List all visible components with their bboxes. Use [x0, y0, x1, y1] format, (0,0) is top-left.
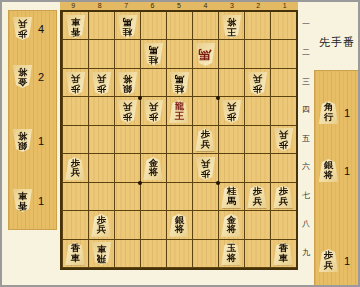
square-8九[interactable]: 飛車: [88, 240, 114, 268]
shogi-diagram: 987654321 一二三四五六七八九 香車桂馬王将桂馬馬歩兵歩兵銀将桂馬歩兵歩…: [0, 0, 360, 287]
shogi-piece-gote-桂馬[interactable]: 桂馬: [117, 15, 138, 38]
square-1三[interactable]: [270, 69, 296, 97]
sente-captured-stand: 角行1銀将1歩兵1: [314, 70, 360, 286]
piece-kanji: 兵: [148, 102, 157, 112]
shogi-piece-gote-歩兵[interactable]: 歩兵: [143, 100, 164, 123]
square-4六[interactable]: 歩兵: [192, 154, 218, 182]
shogi-piece-gote-王将[interactable]: 王将: [221, 15, 242, 38]
square-9一[interactable]: 香車: [62, 12, 88, 40]
piece-kanji: 行: [324, 113, 333, 123]
piece-kanji: 王: [226, 26, 235, 36]
file-label-2: 2: [245, 2, 271, 10]
hand-count: 2: [38, 71, 44, 83]
piece-kanji: 兵: [70, 74, 79, 84]
square-6三[interactable]: [140, 69, 166, 97]
square-4四[interactable]: [192, 97, 218, 125]
square-6六[interactable]: 金将: [140, 154, 166, 182]
piece-kanji: 馬: [148, 45, 157, 55]
piece-kanji: 馬: [122, 17, 131, 27]
hoshi-dot: [216, 181, 220, 185]
square-2八[interactable]: [244, 211, 270, 239]
square-3一[interactable]: 王将: [218, 12, 244, 40]
square-8七[interactable]: [88, 183, 114, 211]
shogi-piece-sente-歩兵[interactable]: 歩兵: [195, 128, 216, 151]
square-4三[interactable]: [192, 69, 218, 97]
shogi-piece-sente-玉将[interactable]: 玉将: [221, 242, 242, 265]
shogi-piece-gote-歩兵[interactable]: 歩兵: [12, 17, 33, 40]
piece-kanji: 王: [174, 112, 183, 122]
piece-kanji: 兵: [70, 168, 79, 178]
square-8四[interactable]: [88, 97, 114, 125]
shogi-piece-gote-銀将[interactable]: 銀将: [12, 129, 33, 152]
shogi-piece-gote-馬[interactable]: 馬: [195, 43, 216, 66]
file-label-3: 3: [219, 2, 245, 10]
file-label-6: 6: [139, 2, 165, 10]
piece-kanji: 桂: [174, 83, 183, 93]
shogi-piece-sente-歩兵[interactable]: 歩兵: [247, 185, 268, 208]
piece-kanji: 歩: [122, 112, 131, 122]
shogi-board: 香車桂馬王将桂馬馬歩兵歩兵銀将桂馬歩兵歩兵歩兵龍王歩兵歩兵歩兵歩兵金将歩兵桂馬歩…: [60, 10, 298, 270]
square-5七[interactable]: [166, 183, 192, 211]
shogi-piece-gote-歩兵[interactable]: 歩兵: [91, 72, 112, 95]
piece-kanji: 歩: [252, 83, 261, 93]
square-4九[interactable]: [192, 240, 218, 268]
hoshi-dot: [216, 96, 220, 100]
piece-kanji: 歩: [278, 140, 287, 150]
shogi-piece-sente-香車[interactable]: 香車: [273, 242, 294, 265]
piece-kanji: 兵: [226, 102, 235, 112]
piece-kanji: 歩: [70, 83, 79, 93]
square-7二[interactable]: [114, 40, 140, 68]
square-3七[interactable]: 桂馬: [218, 183, 244, 211]
hand-count: 1: [38, 135, 44, 147]
square-1一[interactable]: [270, 12, 296, 40]
piece-kanji: 歩: [18, 29, 27, 39]
rank-label-2: 二: [299, 47, 313, 58]
square-5九[interactable]: [166, 240, 192, 268]
shogi-piece-sente-歩兵[interactable]: 歩兵: [65, 157, 86, 180]
square-9二[interactable]: [62, 40, 88, 68]
shogi-piece-gote-歩兵[interactable]: 歩兵: [247, 72, 268, 95]
hand-count: 1: [344, 255, 350, 267]
rank-label-8: 八: [299, 218, 313, 229]
square-6七[interactable]: [140, 183, 166, 211]
piece-kanji: 馬: [199, 48, 212, 61]
square-8六[interactable]: [88, 154, 114, 182]
square-3九[interactable]: 玉将: [218, 240, 244, 268]
square-7六[interactable]: [114, 154, 140, 182]
square-3二[interactable]: [218, 40, 244, 68]
hand-sente-角行[interactable]: 角行1: [318, 101, 350, 124]
gote-captured-stand: 歩兵4金将2銀将1香車1: [8, 10, 57, 230]
square-2一[interactable]: [244, 12, 270, 40]
square-6九[interactable]: [140, 240, 166, 268]
square-3四[interactable]: 歩兵: [218, 97, 244, 125]
square-5六[interactable]: [166, 154, 192, 182]
square-5四[interactable]: 龍王: [166, 97, 192, 125]
square-9五[interactable]: [62, 126, 88, 154]
square-1七[interactable]: 歩兵: [270, 183, 296, 211]
piece-kanji: 桂: [122, 26, 131, 36]
hand-gote-銀将[interactable]: 銀将1: [12, 129, 44, 152]
shogi-piece-sente-銀将[interactable]: 銀将: [318, 159, 339, 182]
square-2七[interactable]: 歩兵: [244, 183, 270, 211]
shogi-piece-gote-飛車[interactable]: 飛車: [91, 242, 112, 265]
file-label-5: 5: [166, 2, 192, 10]
square-2三[interactable]: 歩兵: [244, 69, 270, 97]
square-3八[interactable]: 金将: [218, 211, 244, 239]
board-grid: 香車桂馬王将桂馬馬歩兵歩兵銀将桂馬歩兵歩兵歩兵龍王歩兵歩兵歩兵歩兵金将歩兵桂馬歩…: [62, 12, 296, 268]
hand-gote-歩兵[interactable]: 歩兵4: [12, 17, 44, 40]
square-5八[interactable]: 銀将: [166, 211, 192, 239]
piece-kanji: 馬: [174, 74, 183, 84]
piece-kanji: 銀: [18, 141, 27, 151]
shogi-piece-gote-香車[interactable]: 香車: [65, 15, 86, 38]
shogi-piece-sente-角行[interactable]: 角行: [318, 101, 339, 124]
piece-kanji: 将: [226, 254, 235, 264]
square-7八[interactable]: [114, 211, 140, 239]
piece-kanji: 兵: [200, 140, 209, 150]
rank-label-6: 六: [299, 161, 313, 172]
square-2六[interactable]: [244, 154, 270, 182]
hoshi-dot: [138, 96, 142, 100]
square-4八[interactable]: [192, 211, 218, 239]
piece-kanji: 兵: [96, 74, 105, 84]
piece-kanji: 車: [70, 17, 79, 27]
piece-kanji: 兵: [96, 225, 105, 235]
square-8二[interactable]: [88, 40, 114, 68]
square-4五[interactable]: 歩兵: [192, 126, 218, 154]
piece-kanji: 銀: [122, 83, 131, 93]
piece-kanji: 歩: [226, 112, 235, 122]
square-6八[interactable]: [140, 211, 166, 239]
shogi-piece-sente-銀将[interactable]: 銀将: [169, 214, 190, 237]
square-4一[interactable]: [192, 12, 218, 40]
piece-kanji: 将: [324, 171, 333, 181]
hand-sente-歩兵[interactable]: 歩兵1: [318, 249, 350, 272]
piece-kanji: 将: [18, 131, 27, 141]
shogi-piece-sente-金将[interactable]: 金将: [143, 157, 164, 180]
square-9六[interactable]: 歩兵: [62, 154, 88, 182]
rank-label-3: 三: [299, 76, 313, 87]
square-1九[interactable]: 香車: [270, 240, 296, 268]
square-3五[interactable]: [218, 126, 244, 154]
square-2九[interactable]: [244, 240, 270, 268]
piece-kanji: 車: [278, 254, 287, 264]
shogi-piece-gote-歩兵[interactable]: 歩兵: [195, 157, 216, 180]
square-8一[interactable]: [88, 12, 114, 40]
shogi-piece-gote-歩兵[interactable]: 歩兵: [273, 128, 294, 151]
turn-indicator: 先手番: [315, 35, 359, 50]
piece-kanji: 香: [18, 201, 27, 211]
hand-gote-香車[interactable]: 香車1: [12, 189, 44, 212]
square-7七[interactable]: [114, 183, 140, 211]
square-9九[interactable]: 香車: [62, 240, 88, 268]
square-7五[interactable]: [114, 126, 140, 154]
square-6一[interactable]: [140, 12, 166, 40]
square-7三[interactable]: 銀将: [114, 69, 140, 97]
piece-kanji: 兵: [252, 74, 261, 84]
piece-kanji: 桂: [148, 55, 157, 65]
rank-label-4: 四: [299, 104, 313, 115]
shogi-piece-gote-桂馬[interactable]: 桂馬: [143, 43, 164, 66]
piece-kanji: 兵: [278, 197, 287, 207]
file-label-1: 1: [272, 2, 298, 10]
file-label-9: 9: [60, 2, 86, 10]
hand-count: 4: [38, 23, 44, 35]
file-label-4: 4: [192, 2, 218, 10]
file-label-7: 7: [113, 2, 139, 10]
shogi-piece-sente-龍王[interactable]: 龍王: [169, 100, 190, 123]
shogi-piece-sente-歩兵[interactable]: 歩兵: [273, 185, 294, 208]
hoshi-dot: [138, 181, 142, 185]
square-3六[interactable]: [218, 154, 244, 182]
piece-kanji: 歩: [148, 112, 157, 122]
shogi-piece-sente-桂馬[interactable]: 桂馬: [221, 185, 242, 208]
square-2五[interactable]: [244, 126, 270, 154]
piece-kanji: 飛: [96, 254, 105, 264]
piece-kanji: 兵: [324, 261, 333, 271]
shogi-piece-gote-金将[interactable]: 金将: [12, 65, 33, 88]
piece-kanji: 兵: [18, 19, 27, 29]
shogi-piece-gote-歩兵[interactable]: 歩兵: [65, 72, 86, 95]
piece-kanji: 香: [70, 26, 79, 36]
shogi-piece-sente-香車[interactable]: 香車: [65, 242, 86, 265]
square-5三[interactable]: 桂馬: [166, 69, 192, 97]
rank-label-1: 一: [299, 19, 313, 30]
square-9四[interactable]: [62, 97, 88, 125]
shogi-piece-sente-金将[interactable]: 金将: [221, 214, 242, 237]
square-7四[interactable]: 歩兵: [114, 97, 140, 125]
square-2二[interactable]: [244, 40, 270, 68]
shogi-piece-gote-歩兵[interactable]: 歩兵: [117, 100, 138, 123]
square-7九[interactable]: [114, 240, 140, 268]
square-5一[interactable]: [166, 12, 192, 40]
square-1四[interactable]: [270, 97, 296, 125]
square-9七[interactable]: [62, 183, 88, 211]
shogi-piece-gote-桂馬[interactable]: 桂馬: [169, 72, 190, 95]
piece-kanji: 兵: [122, 102, 131, 112]
hand-gote-金将[interactable]: 金将2: [12, 65, 44, 88]
piece-kanji: 車: [70, 254, 79, 264]
square-4二[interactable]: 馬: [192, 40, 218, 68]
piece-kanji: 兵: [278, 130, 287, 140]
hand-sente-銀将[interactable]: 銀将1: [318, 159, 350, 182]
square-4七[interactable]: [192, 183, 218, 211]
piece-kanji: 車: [96, 244, 105, 254]
piece-kanji: 金: [18, 77, 27, 87]
square-5五[interactable]: [166, 126, 192, 154]
piece-kanji: 車: [18, 191, 27, 201]
piece-kanji: 兵: [252, 197, 261, 207]
square-1五[interactable]: 歩兵: [270, 126, 296, 154]
square-8三[interactable]: 歩兵: [88, 69, 114, 97]
hand-count: 1: [344, 107, 350, 119]
square-5二[interactable]: [166, 40, 192, 68]
piece-kanji: 歩: [96, 83, 105, 93]
piece-kanji: 将: [148, 168, 157, 178]
square-2四[interactable]: [244, 97, 270, 125]
shogi-piece-sente-歩兵[interactable]: 歩兵: [91, 214, 112, 237]
piece-kanji: 将: [226, 17, 235, 27]
square-9八[interactable]: [62, 211, 88, 239]
piece-kanji: 将: [18, 67, 27, 77]
piece-kanji: 将: [174, 225, 183, 235]
square-8五[interactable]: [88, 126, 114, 154]
rank-label-9: 九: [299, 247, 313, 258]
piece-kanji: 馬: [226, 197, 235, 207]
file-labels: 987654321: [60, 2, 298, 10]
square-1六[interactable]: [270, 154, 296, 182]
file-label-8: 8: [86, 2, 112, 10]
piece-kanji: 将: [226, 225, 235, 235]
shogi-piece-gote-銀将[interactable]: 銀将: [117, 72, 138, 95]
rank-label-5: 五: [299, 133, 313, 144]
square-9三[interactable]: 歩兵: [62, 69, 88, 97]
rank-labels: 一二三四五六七八九: [299, 10, 313, 270]
hand-count: 1: [38, 195, 44, 207]
square-3三[interactable]: [218, 69, 244, 97]
square-6四[interactable]: 歩兵: [140, 97, 166, 125]
shogi-piece-sente-歩兵[interactable]: 歩兵: [318, 249, 339, 272]
piece-kanji: 歩: [200, 168, 209, 178]
piece-kanji: 兵: [200, 159, 209, 169]
square-8八[interactable]: 歩兵: [88, 211, 114, 239]
hand-count: 1: [344, 165, 350, 177]
square-6二[interactable]: 桂馬: [140, 40, 166, 68]
piece-kanji: 将: [122, 74, 131, 84]
shogi-piece-gote-香車[interactable]: 香車: [12, 189, 33, 212]
square-1二[interactable]: [270, 40, 296, 68]
shogi-piece-gote-歩兵[interactable]: 歩兵: [221, 100, 242, 123]
square-1八[interactable]: [270, 211, 296, 239]
square-7一[interactable]: 桂馬: [114, 12, 140, 40]
square-6五[interactable]: [140, 126, 166, 154]
rank-label-7: 七: [299, 190, 313, 201]
